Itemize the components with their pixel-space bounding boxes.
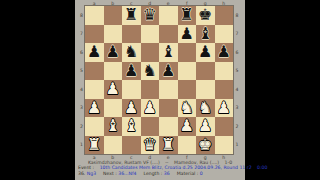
square-a2 (85, 117, 104, 136)
square-f8: ♜ (178, 6, 197, 25)
square-b8 (104, 6, 123, 25)
square-c5: ♟ (122, 62, 141, 81)
square-a1: ♜ (85, 136, 104, 155)
square-h8 (215, 6, 234, 25)
black-rook-c8: ♜ (122, 6, 141, 25)
square-b7 (104, 25, 123, 44)
black-rook-f8: ♜ (178, 6, 197, 25)
square-b4: ♟ (104, 80, 123, 99)
square-a3: ♟ (85, 99, 104, 118)
black-bishop-g7: ♝ (196, 25, 215, 44)
rank-label-left-7: 7 (79, 31, 84, 36)
square-f6 (178, 43, 197, 62)
rank-label-left-2: 2 (79, 124, 84, 129)
file-label-top-a: a (85, 1, 104, 6)
white-pawn-h3: ♟ (215, 99, 234, 118)
square-d1: ♛ (141, 136, 160, 155)
chess-viewer-panel: ♜♛♜♚♟♝♟♟♞♝♟♟♟♞♟♟♟♟♟♞♞♟♝♝♟♟♜♛♜♚ aabbccdde… (75, 0, 245, 180)
square-a6: ♟ (85, 43, 104, 62)
game-result: 1-0 (225, 160, 233, 165)
material-balance: Material : 0 (177, 171, 203, 176)
black-pawn-c5: ♟ (122, 62, 141, 81)
square-d7 (141, 25, 160, 44)
black-pawn-h6: ♟ (215, 43, 234, 62)
square-a8 (85, 6, 104, 25)
black-player-name: Mamedov, Rau (....) (174, 160, 219, 165)
square-g1: ♚ (196, 136, 215, 155)
square-b3 (104, 99, 123, 118)
white-pawn-f2: ♟ (178, 117, 197, 136)
file-label-top-e: e (159, 1, 178, 6)
square-f7: ♟ (178, 25, 197, 44)
square-g4 (196, 80, 215, 99)
material-value: 0 (200, 171, 203, 176)
white-knight-g3: ♞ (196, 99, 215, 118)
black-knight-d5: ♞ (141, 62, 160, 81)
black-pawn-a6: ♟ (85, 43, 104, 62)
black-pawn-g6: ♟ (196, 43, 215, 62)
material-label: Material : (177, 171, 199, 176)
square-b5 (104, 62, 123, 81)
event-label: Event : (78, 165, 94, 170)
square-a7 (85, 25, 104, 44)
video-frame: ♜♛♜♚♟♝♟♟♞♝♟♟♟♞♟♟♟♟♟♞♞♟♝♝♟♟♜♛♜♚ aabbccdde… (0, 0, 320, 180)
square-c4 (122, 80, 141, 99)
rank-label-right-5: 5 (235, 68, 240, 73)
file-label-top-d: d (141, 1, 160, 6)
length-label: Length : (143, 171, 162, 176)
white-queen-d1: ♛ (141, 136, 160, 155)
square-g8: ♚ (196, 6, 215, 25)
game-length: Length : 36 (143, 171, 169, 176)
square-c7 (122, 25, 141, 44)
move-number: 36. (78, 171, 85, 176)
square-d8: ♛ (141, 6, 160, 25)
square-e8 (159, 6, 178, 25)
square-d3: ♟ (141, 99, 160, 118)
players-line: Kasimdzhanov, Rustam VF (....) -- Mamedo… (75, 160, 245, 165)
event-line: Event : 10th Candidates Mem Blitz, Croat… (78, 165, 267, 170)
white-pawn-b4: ♟ (104, 80, 123, 99)
square-h1 (215, 136, 234, 155)
square-e1: ♜ (159, 136, 178, 155)
square-h4 (215, 80, 234, 99)
square-h5 (215, 62, 234, 81)
file-label-top-f: f (178, 1, 197, 6)
rank-label-right-3: 3 (235, 105, 240, 110)
square-b1 (104, 136, 123, 155)
rank-label-left-3: 3 (79, 105, 84, 110)
black-king-g8: ♚ (196, 6, 215, 25)
white-pawn-g2: ♟ (196, 117, 215, 136)
square-f5 (178, 62, 197, 81)
rank-label-right-1: 1 (235, 142, 240, 147)
players-separator: -- (165, 160, 168, 165)
move-san: Ng3 (87, 171, 96, 176)
event-value: 10th Candidates Mem Blitz, Croatia d.25 … (100, 165, 252, 170)
rank-label-right-4: 4 (235, 87, 240, 92)
square-h6: ♟ (215, 43, 234, 62)
rank-label-left-8: 8 (79, 13, 84, 18)
white-knight-f3: ♞ (178, 99, 197, 118)
square-h3: ♟ (215, 99, 234, 118)
square-c1 (122, 136, 141, 155)
square-e6: ♝ (159, 43, 178, 62)
square-a4 (85, 80, 104, 99)
square-g2: ♟ (196, 117, 215, 136)
next-value: 36...Nf4 (118, 171, 136, 176)
length-value: 36 (164, 171, 170, 176)
file-label-top-b: b (104, 1, 123, 6)
square-h7 (215, 25, 234, 44)
square-e3 (159, 99, 178, 118)
square-h2 (215, 117, 234, 136)
move-line: 36. Ng3 Next : 36...Nf4 Length : 36 Mate… (78, 171, 203, 176)
square-g6: ♟ (196, 43, 215, 62)
rank-label-right-2: 2 (235, 124, 240, 129)
square-e5: ♟ (159, 62, 178, 81)
black-pawn-e5: ♟ (159, 62, 178, 81)
file-label-top-c: c (122, 1, 141, 6)
black-queen-d8: ♛ (141, 6, 160, 25)
white-pawn-c3: ♟ (122, 99, 141, 118)
square-d6 (141, 43, 160, 62)
square-f2: ♟ (178, 117, 197, 136)
white-rook-e1: ♜ (159, 136, 178, 155)
rank-label-left-6: 6 (79, 50, 84, 55)
event-time: 0:00 (257, 165, 267, 170)
square-c6: ♞ (122, 43, 141, 62)
current-move: 36. Ng3 (78, 171, 96, 176)
rank-label-left-4: 4 (79, 87, 84, 92)
next-move: Next : 36...Nf4 (103, 171, 136, 176)
white-rook-a1: ♜ (85, 136, 104, 155)
black-knight-c6: ♞ (122, 43, 141, 62)
white-pawn-a3: ♟ (85, 99, 104, 118)
white-bishop-c2: ♝ (122, 117, 141, 136)
rank-label-right-7: 7 (235, 31, 240, 36)
square-d5: ♞ (141, 62, 160, 81)
chess-board: ♜♛♜♚♟♝♟♟♞♝♟♟♟♞♟♟♟♟♟♞♞♟♝♝♟♟♜♛♜♚ (85, 6, 233, 154)
rank-label-left-5: 5 (79, 68, 84, 73)
file-label-top-g: g (196, 1, 215, 6)
square-a5 (85, 62, 104, 81)
square-e7 (159, 25, 178, 44)
square-g7: ♝ (196, 25, 215, 44)
black-bishop-e6: ♝ (159, 43, 178, 62)
square-g3: ♞ (196, 99, 215, 118)
square-f4 (178, 80, 197, 99)
file-label-top-h: h (215, 1, 234, 6)
rank-label-left-1: 1 (79, 142, 84, 147)
square-c2: ♝ (122, 117, 141, 136)
black-pawn-b6: ♟ (104, 43, 123, 62)
square-b2: ♝ (104, 117, 123, 136)
black-pawn-f7: ♟ (178, 25, 197, 44)
rank-label-right-8: 8 (235, 13, 240, 18)
square-c3: ♟ (122, 99, 141, 118)
square-b6: ♟ (104, 43, 123, 62)
square-d4 (141, 80, 160, 99)
square-f1 (178, 136, 197, 155)
white-player-name: Kasimdzhanov, Rustam VF (....) (88, 160, 160, 165)
white-bishop-b2: ♝ (104, 117, 123, 136)
rank-label-right-6: 6 (235, 50, 240, 55)
white-king-g1: ♚ (196, 136, 215, 155)
square-c8: ♜ (122, 6, 141, 25)
white-pawn-d3: ♟ (141, 99, 160, 118)
next-label: Next : (103, 171, 117, 176)
square-d2 (141, 117, 160, 136)
square-e2 (159, 117, 178, 136)
square-e4 (159, 80, 178, 99)
square-g5 (196, 62, 215, 81)
square-f3: ♞ (178, 99, 197, 118)
